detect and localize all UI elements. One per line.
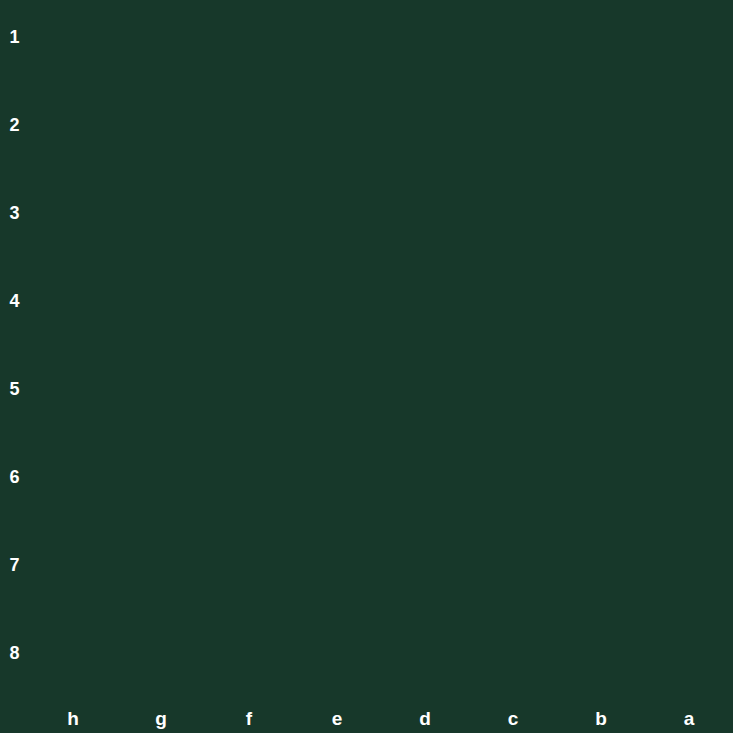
rank-label-4: 4 [0,264,29,352]
file-labels: hgfedcba [29,704,733,733]
file-label-c: c [469,704,557,733]
file-label-f: f [205,704,293,733]
chess-board-app: 12345678 hgfedcba [0,0,733,733]
rank-label-5: 5 [0,352,29,440]
file-label-b: b [557,704,645,733]
rank-labels: 12345678 [0,0,29,704]
rank-label-7: 7 [0,528,29,616]
chess-board [29,0,733,704]
file-label-a: a [645,704,733,733]
file-label-d: d [381,704,469,733]
rank-label-3: 3 [0,176,29,264]
rank-label-1: 1 [0,0,29,88]
file-label-h: h [29,704,117,733]
rank-label-2: 2 [0,88,29,176]
file-label-e: e [293,704,381,733]
rank-label-8: 8 [0,616,29,704]
rank-label-6: 6 [0,440,29,528]
file-label-g: g [117,704,205,733]
